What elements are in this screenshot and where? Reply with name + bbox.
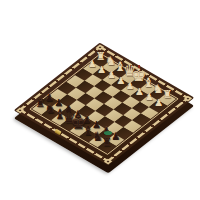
green-felt-pad [104,131,112,135]
piece-light-pawn: ♟ [154,98,163,108]
piece-light-pawn: ♟ [107,70,116,80]
piece-light-pawn: ♟ [88,59,97,69]
board-pieces: ♜♞♝♛♚♝♞♜♟♟♟♟♟♟♟♟♟♟♟♟♟♟♟♟♜♞♝♛♚♝♞♜ [14,43,195,166]
piece-light-pawn: ♟ [116,76,125,86]
piece-light-pawn: ♟ [98,65,107,75]
product-photo: ♜♞♝♛♚♝♞♜♟♟♟♟♟♟♟♟♟♟♟♟♟♟♟♟♜♞♝♛♚♝♞♜ [0,0,200,200]
piece-dark-rook: ♜ [102,137,112,148]
piece-dark-pawn: ♟ [111,131,120,141]
piece-light-pawn: ♟ [135,87,144,97]
chess-board: ♜♞♝♛♚♝♞♜♟♟♟♟♟♟♟♟♟♟♟♟♟♟♟♟♜♞♝♛♚♝♞♜ [14,43,195,166]
piece-dark-pawn: ♟ [45,93,54,103]
piece-light-pawn: ♟ [145,92,154,102]
scene: ♜♞♝♛♚♝♞♜♟♟♟♟♟♟♟♟♟♟♟♟♟♟♟♟♜♞♝♛♚♝♞♜ [0,0,200,200]
piece-light-pawn: ♟ [126,81,135,91]
